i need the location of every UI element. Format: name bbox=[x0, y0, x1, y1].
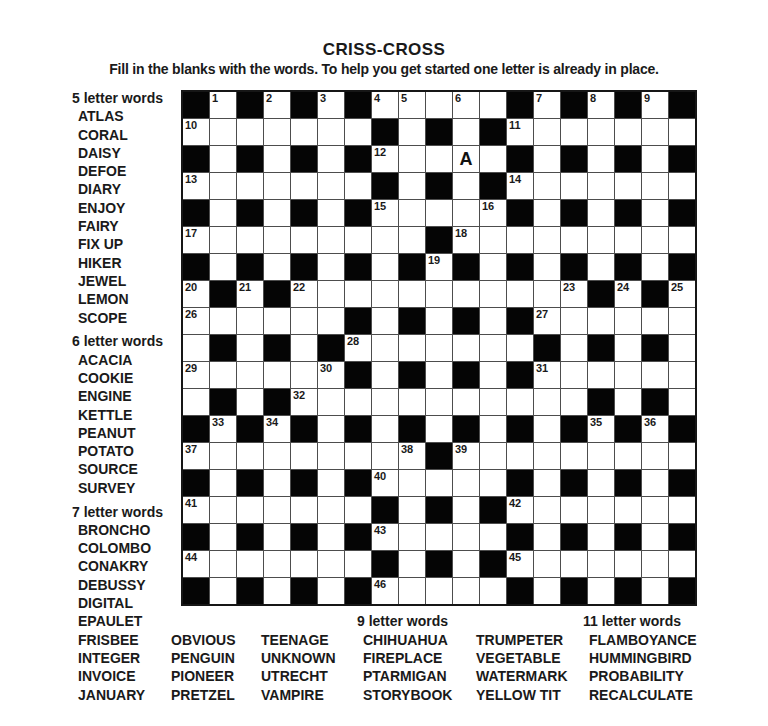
bottom-word-column-3: 9 letter wordsCHIHUAHUAFIREPLACEPTARMIGA… bbox=[357, 612, 477, 703]
grid-cell[interactable] bbox=[480, 254, 506, 280]
clue-number: 1 bbox=[212, 92, 218, 105]
grid-cell[interactable] bbox=[669, 389, 695, 415]
grid-cell[interactable] bbox=[210, 200, 236, 226]
grid-cell[interactable] bbox=[318, 146, 344, 172]
grid-cell[interactable]: 15 bbox=[372, 200, 398, 226]
grid-cell[interactable]: 22 bbox=[291, 281, 317, 307]
word-item: HIKER bbox=[72, 254, 192, 272]
grid-cell[interactable] bbox=[318, 470, 344, 496]
grid-cell[interactable] bbox=[588, 227, 614, 253]
black-cell bbox=[615, 92, 641, 118]
grid-cell[interactable] bbox=[534, 173, 560, 199]
grid-cell[interactable] bbox=[318, 200, 344, 226]
grid-cell[interactable] bbox=[615, 308, 641, 334]
grid-cell[interactable] bbox=[399, 389, 425, 415]
grid-cell[interactable] bbox=[372, 308, 398, 334]
black-cell bbox=[588, 281, 614, 307]
grid-cell[interactable] bbox=[534, 200, 560, 226]
grid-cell[interactable] bbox=[264, 578, 290, 604]
black-cell bbox=[669, 146, 695, 172]
grid-cell[interactable] bbox=[669, 497, 695, 523]
grid-cell[interactable] bbox=[399, 119, 425, 145]
black-cell bbox=[615, 416, 641, 442]
word-item: DIGITAL bbox=[72, 594, 192, 612]
grid-cell[interactable] bbox=[507, 227, 533, 253]
grid-cell[interactable] bbox=[345, 497, 371, 523]
clue-number: 40 bbox=[374, 470, 386, 483]
grid-cell[interactable] bbox=[615, 227, 641, 253]
grid-cell[interactable] bbox=[453, 173, 479, 199]
word-item: COOKIE bbox=[72, 369, 192, 387]
grid-cell[interactable] bbox=[426, 362, 452, 388]
grid-cell[interactable] bbox=[399, 497, 425, 523]
grid-cell[interactable] bbox=[588, 146, 614, 172]
grid-cell[interactable] bbox=[669, 443, 695, 469]
clue-number: 7 bbox=[536, 92, 542, 105]
word-item: DIARY bbox=[72, 180, 192, 198]
grid-cell[interactable] bbox=[426, 335, 452, 361]
grid-cell[interactable] bbox=[480, 281, 506, 307]
grid-cell[interactable] bbox=[264, 524, 290, 550]
grid-cell[interactable] bbox=[561, 335, 587, 361]
grid-cell[interactable] bbox=[534, 551, 560, 577]
word-item: LEMON bbox=[72, 290, 192, 308]
grid-cell[interactable] bbox=[426, 389, 452, 415]
grid-cell[interactable] bbox=[615, 362, 641, 388]
grid-cell[interactable] bbox=[561, 362, 587, 388]
grid-cell[interactable] bbox=[426, 92, 452, 118]
grid-cell[interactable] bbox=[561, 227, 587, 253]
clue-number: 27 bbox=[536, 308, 548, 321]
grid-cell[interactable]: 30 bbox=[318, 362, 344, 388]
grid-cell[interactable] bbox=[210, 254, 236, 280]
grid-cell[interactable] bbox=[588, 443, 614, 469]
grid-cell[interactable]: 42 bbox=[507, 497, 533, 523]
grid-cell[interactable] bbox=[507, 281, 533, 307]
grid-cell[interactable] bbox=[642, 443, 668, 469]
grid-cell[interactable] bbox=[588, 524, 614, 550]
grid-cell[interactable] bbox=[210, 173, 236, 199]
grid-cell[interactable] bbox=[534, 119, 560, 145]
grid-cell[interactable] bbox=[345, 443, 371, 469]
grid-cell[interactable]: 38 bbox=[399, 443, 425, 469]
grid-cell[interactable] bbox=[534, 524, 560, 550]
grid-cell[interactable]: 40 bbox=[372, 470, 398, 496]
grid-cell[interactable] bbox=[345, 119, 371, 145]
grid-cell[interactable] bbox=[480, 146, 506, 172]
grid-cell[interactable] bbox=[588, 578, 614, 604]
grid-cell[interactable] bbox=[534, 470, 560, 496]
grid-cell[interactable]: 4 bbox=[372, 92, 398, 118]
grid-cell[interactable] bbox=[534, 497, 560, 523]
grid-cell[interactable] bbox=[291, 308, 317, 334]
grid-cell[interactable] bbox=[534, 146, 560, 172]
grid-cell[interactable] bbox=[642, 308, 668, 334]
grid-cell[interactable] bbox=[561, 443, 587, 469]
grid-cell[interactable] bbox=[291, 227, 317, 253]
grid-cell[interactable] bbox=[237, 362, 263, 388]
grid-cell[interactable] bbox=[345, 227, 371, 253]
grid-cell[interactable] bbox=[399, 470, 425, 496]
grid-cell[interactable] bbox=[264, 173, 290, 199]
black-cell bbox=[669, 524, 695, 550]
clue-number: 15 bbox=[374, 200, 386, 213]
grid-cell[interactable] bbox=[669, 335, 695, 361]
grid-cell[interactable] bbox=[426, 470, 452, 496]
grid-cell[interactable]: 35 bbox=[588, 416, 614, 442]
grid-cell[interactable] bbox=[534, 254, 560, 280]
grid-cell[interactable]: 24 bbox=[615, 281, 641, 307]
clue-number: 28 bbox=[347, 335, 359, 348]
grid-cell[interactable]: 6 bbox=[453, 92, 479, 118]
grid-cell[interactable] bbox=[426, 308, 452, 334]
grid-cell[interactable]: 9 bbox=[642, 92, 668, 118]
grid-cell[interactable] bbox=[561, 308, 587, 334]
grid-cell[interactable] bbox=[237, 335, 263, 361]
black-cell bbox=[507, 146, 533, 172]
grid-cell[interactable] bbox=[480, 443, 506, 469]
grid-cell[interactable] bbox=[210, 524, 236, 550]
grid-cell[interactable] bbox=[264, 254, 290, 280]
grid-cell[interactable] bbox=[372, 281, 398, 307]
grid-cell[interactable]: 8 bbox=[588, 92, 614, 118]
grid-cell[interactable] bbox=[642, 470, 668, 496]
grid-cell[interactable] bbox=[264, 227, 290, 253]
grid-cell[interactable]: 46 bbox=[372, 578, 398, 604]
grid-cell[interactable] bbox=[345, 551, 371, 577]
grid-cell[interactable] bbox=[480, 227, 506, 253]
grid-cell[interactable] bbox=[318, 578, 344, 604]
grid-cell[interactable] bbox=[426, 281, 452, 307]
grid-cell[interactable] bbox=[237, 173, 263, 199]
grid-cell[interactable] bbox=[318, 497, 344, 523]
black-cell bbox=[345, 308, 371, 334]
grid-cell[interactable] bbox=[372, 335, 398, 361]
black-cell bbox=[426, 497, 452, 523]
black-cell bbox=[237, 470, 263, 496]
grid-cell[interactable]: 18 bbox=[453, 227, 479, 253]
black-cell bbox=[372, 173, 398, 199]
grid-cell[interactable] bbox=[264, 146, 290, 172]
grid-cell[interactable]: 45 bbox=[507, 551, 533, 577]
grid-cell[interactable]: 7 bbox=[534, 92, 560, 118]
grid-cell[interactable] bbox=[237, 443, 263, 469]
grid-cell[interactable]: A bbox=[453, 146, 479, 172]
grid-cell[interactable] bbox=[669, 227, 695, 253]
grid-cell[interactable] bbox=[453, 335, 479, 361]
grid-cell[interactable]: 25 bbox=[669, 281, 695, 307]
grid-cell[interactable] bbox=[264, 362, 290, 388]
grid-cell[interactable] bbox=[615, 497, 641, 523]
clue-number: 42 bbox=[509, 497, 521, 510]
grid-cell[interactable] bbox=[237, 227, 263, 253]
bottom-word-column-5: 11 letter wordsFLAMBOYANCEHUMMINGBIRDPRO… bbox=[583, 612, 703, 703]
grid-cell[interactable]: 23 bbox=[561, 281, 587, 307]
grid-cell[interactable] bbox=[588, 470, 614, 496]
word-item: PROBABILITY bbox=[583, 667, 703, 685]
grid-cell[interactable] bbox=[237, 119, 263, 145]
grid-cell[interactable] bbox=[561, 119, 587, 145]
clue-number: 34 bbox=[266, 416, 278, 429]
grid-cell[interactable] bbox=[588, 200, 614, 226]
grid-cell[interactable] bbox=[210, 308, 236, 334]
grid-cell[interactable] bbox=[534, 416, 560, 442]
grid-cell[interactable] bbox=[480, 416, 506, 442]
grid-cell[interactable] bbox=[291, 362, 317, 388]
grid-cell[interactable]: 5 bbox=[399, 92, 425, 118]
grid-cell[interactable]: 36 bbox=[642, 416, 668, 442]
grid-cell[interactable] bbox=[210, 119, 236, 145]
grid-cell[interactable]: 3 bbox=[318, 92, 344, 118]
grid-cell[interactable] bbox=[642, 200, 668, 226]
black-cell bbox=[615, 578, 641, 604]
grid-cell[interactable] bbox=[534, 389, 560, 415]
word-item: FAIRY bbox=[72, 217, 192, 235]
grid-cell[interactable] bbox=[453, 281, 479, 307]
grid-cell[interactable] bbox=[399, 551, 425, 577]
black-cell bbox=[291, 416, 317, 442]
word-list-header: 11 letter words bbox=[583, 612, 703, 630]
grid-cell[interactable]: 32 bbox=[291, 389, 317, 415]
grid-cell[interactable] bbox=[507, 389, 533, 415]
grid-cell[interactable] bbox=[534, 578, 560, 604]
grid-cell[interactable] bbox=[480, 524, 506, 550]
black-cell bbox=[615, 524, 641, 550]
grid-cell[interactable] bbox=[642, 254, 668, 280]
grid-cell[interactable] bbox=[264, 470, 290, 496]
grid-cell[interactable] bbox=[669, 551, 695, 577]
grid-cell[interactable] bbox=[237, 551, 263, 577]
black-cell bbox=[237, 524, 263, 550]
grid-cell[interactable]: 21 bbox=[237, 281, 263, 307]
black-cell bbox=[264, 281, 290, 307]
grid-cell[interactable] bbox=[426, 578, 452, 604]
grid-cell[interactable] bbox=[372, 227, 398, 253]
grid-cell[interactable] bbox=[588, 254, 614, 280]
grid-cell[interactable] bbox=[480, 578, 506, 604]
black-cell bbox=[291, 578, 317, 604]
grid-cell[interactable] bbox=[561, 497, 587, 523]
grid-cell[interactable] bbox=[264, 200, 290, 226]
grid-cell[interactable] bbox=[318, 254, 344, 280]
grid-cell[interactable] bbox=[561, 389, 587, 415]
word-item: ATLAS bbox=[72, 107, 192, 125]
grid-cell[interactable] bbox=[264, 497, 290, 523]
grid-cell[interactable] bbox=[642, 497, 668, 523]
grid-cell[interactable] bbox=[291, 551, 317, 577]
grid-cell[interactable] bbox=[642, 362, 668, 388]
grid-cell[interactable] bbox=[264, 443, 290, 469]
grid-cell[interactable]: 19 bbox=[426, 254, 452, 280]
grid-cell[interactable] bbox=[291, 497, 317, 523]
black-cell bbox=[426, 443, 452, 469]
grid-cell[interactable] bbox=[399, 173, 425, 199]
grid-cell[interactable] bbox=[318, 227, 344, 253]
grid-cell[interactable] bbox=[210, 578, 236, 604]
grid-cell[interactable] bbox=[210, 362, 236, 388]
grid-cell[interactable]: 1 bbox=[210, 92, 236, 118]
grid-cell[interactable] bbox=[669, 362, 695, 388]
grid-cell[interactable] bbox=[480, 362, 506, 388]
grid-cell[interactable]: 14 bbox=[507, 173, 533, 199]
word-item: CORAL bbox=[72, 126, 192, 144]
grid-cell[interactable] bbox=[399, 200, 425, 226]
grid-cell[interactable] bbox=[264, 551, 290, 577]
grid-cell[interactable] bbox=[318, 551, 344, 577]
grid-cell[interactable] bbox=[453, 551, 479, 577]
grid-cell[interactable] bbox=[453, 524, 479, 550]
grid-cell[interactable] bbox=[318, 416, 344, 442]
grid-cell[interactable] bbox=[210, 497, 236, 523]
grid-cell[interactable] bbox=[291, 119, 317, 145]
black-cell bbox=[291, 146, 317, 172]
grid-cell[interactable] bbox=[453, 389, 479, 415]
black-cell bbox=[507, 416, 533, 442]
grid-cell[interactable] bbox=[372, 254, 398, 280]
grid-cell[interactable] bbox=[669, 173, 695, 199]
grid-cell[interactable] bbox=[399, 227, 425, 253]
black-cell bbox=[291, 254, 317, 280]
word-list-header: 9 letter words bbox=[357, 612, 477, 630]
grid-cell[interactable] bbox=[642, 524, 668, 550]
grid-cell[interactable] bbox=[372, 362, 398, 388]
grid-cell[interactable] bbox=[237, 389, 263, 415]
black-cell bbox=[561, 92, 587, 118]
grid-cell[interactable] bbox=[588, 551, 614, 577]
grid-cell[interactable] bbox=[318, 524, 344, 550]
grid-cell[interactable] bbox=[426, 416, 452, 442]
grid-cell[interactable] bbox=[291, 335, 317, 361]
grid-cell[interactable] bbox=[642, 173, 668, 199]
grid-cell[interactable] bbox=[426, 524, 452, 550]
grid-cell[interactable] bbox=[210, 470, 236, 496]
grid-cell[interactable] bbox=[210, 227, 236, 253]
grid-cell[interactable] bbox=[588, 362, 614, 388]
grid-cell[interactable] bbox=[318, 308, 344, 334]
grid-cell[interactable] bbox=[642, 551, 668, 577]
black-cell bbox=[210, 335, 236, 361]
grid-cell[interactable] bbox=[372, 443, 398, 469]
grid-cell[interactable] bbox=[237, 497, 263, 523]
grid-cell[interactable] bbox=[399, 335, 425, 361]
grid-cell[interactable] bbox=[480, 389, 506, 415]
grid-cell[interactable] bbox=[588, 119, 614, 145]
grid-cell[interactable] bbox=[453, 470, 479, 496]
grid-cell[interactable] bbox=[372, 416, 398, 442]
clue-number: 43 bbox=[374, 524, 386, 537]
black-cell bbox=[291, 200, 317, 226]
grid-cell[interactable] bbox=[345, 281, 371, 307]
grid-cell[interactable] bbox=[399, 578, 425, 604]
grid-cell[interactable] bbox=[210, 146, 236, 172]
grid-cell[interactable]: 12 bbox=[372, 146, 398, 172]
grid-cell[interactable] bbox=[318, 443, 344, 469]
grid-cell[interactable]: 33 bbox=[210, 416, 236, 442]
grid-cell[interactable] bbox=[615, 173, 641, 199]
grid-cell[interactable]: 43 bbox=[372, 524, 398, 550]
grid-cell[interactable] bbox=[507, 443, 533, 469]
grid-cell[interactable] bbox=[345, 389, 371, 415]
black-cell bbox=[453, 254, 479, 280]
grid-cell[interactable] bbox=[480, 308, 506, 334]
grid-cell[interactable] bbox=[615, 389, 641, 415]
grid-cell[interactable]: 11 bbox=[507, 119, 533, 145]
grid-cell[interactable] bbox=[642, 146, 668, 172]
grid-cell[interactable] bbox=[426, 200, 452, 226]
grid-cell[interactable] bbox=[210, 443, 236, 469]
grid-cell[interactable] bbox=[669, 308, 695, 334]
grid-cell[interactable] bbox=[642, 227, 668, 253]
grid-cell[interactable] bbox=[426, 146, 452, 172]
grid-cell[interactable] bbox=[210, 551, 236, 577]
grid-cell[interactable] bbox=[264, 119, 290, 145]
grid-cell[interactable] bbox=[480, 470, 506, 496]
grid-cell[interactable] bbox=[399, 524, 425, 550]
grid-cell[interactable] bbox=[669, 119, 695, 145]
black-cell bbox=[264, 389, 290, 415]
black-cell bbox=[345, 362, 371, 388]
grid-cell[interactable] bbox=[372, 389, 398, 415]
grid-cell[interactable] bbox=[318, 119, 344, 145]
grid-cell[interactable] bbox=[534, 443, 560, 469]
word-item: PTARMIGAN bbox=[357, 667, 477, 685]
grid-cell[interactable] bbox=[615, 551, 641, 577]
grid-cell[interactable] bbox=[480, 335, 506, 361]
grid-cell[interactable]: 39 bbox=[453, 443, 479, 469]
grid-cell[interactable] bbox=[399, 281, 425, 307]
grid-cell[interactable] bbox=[453, 578, 479, 604]
grid-cell[interactable] bbox=[291, 173, 317, 199]
grid-cell[interactable] bbox=[453, 200, 479, 226]
grid-cell[interactable] bbox=[453, 497, 479, 523]
grid-cell[interactable] bbox=[642, 119, 668, 145]
grid-cell[interactable]: 27 bbox=[534, 308, 560, 334]
grid-cell[interactable] bbox=[318, 173, 344, 199]
word-item: DAISY bbox=[72, 144, 192, 162]
grid-cell[interactable] bbox=[507, 335, 533, 361]
grid-cell[interactable] bbox=[615, 335, 641, 361]
grid-cell[interactable] bbox=[264, 308, 290, 334]
grid-cell[interactable] bbox=[291, 443, 317, 469]
grid-cell[interactable] bbox=[534, 281, 560, 307]
grid-cell[interactable] bbox=[399, 146, 425, 172]
grid-cell[interactable] bbox=[615, 443, 641, 469]
grid-cell[interactable]: 16 bbox=[480, 200, 506, 226]
grid-cell[interactable] bbox=[588, 308, 614, 334]
grid-cell[interactable] bbox=[318, 389, 344, 415]
grid-cell[interactable] bbox=[480, 92, 506, 118]
grid-cell[interactable]: 34 bbox=[264, 416, 290, 442]
grid-cell[interactable]: 2 bbox=[264, 92, 290, 118]
black-cell bbox=[480, 497, 506, 523]
grid-cell[interactable] bbox=[453, 119, 479, 145]
black-cell bbox=[561, 146, 587, 172]
grid-cell[interactable] bbox=[588, 497, 614, 523]
grid-cell[interactable] bbox=[642, 578, 668, 604]
grid-cell[interactable] bbox=[534, 227, 560, 253]
grid-cell[interactable] bbox=[561, 173, 587, 199]
grid-cell[interactable] bbox=[615, 119, 641, 145]
grid-cell[interactable] bbox=[588, 173, 614, 199]
grid-cell[interactable]: 31 bbox=[534, 362, 560, 388]
grid-cell[interactable] bbox=[318, 281, 344, 307]
grid-cell[interactable]: 28 bbox=[345, 335, 371, 361]
grid-cell[interactable] bbox=[561, 551, 587, 577]
grid-cell[interactable] bbox=[237, 308, 263, 334]
grid-cell[interactable] bbox=[345, 173, 371, 199]
black-cell bbox=[561, 254, 587, 280]
clue-number: 39 bbox=[455, 443, 467, 456]
